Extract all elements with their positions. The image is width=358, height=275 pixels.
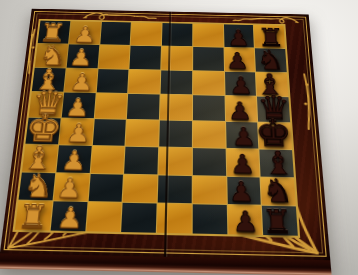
piece-black-pawn-h7: ♟ bbox=[232, 210, 259, 235]
piece-white-pawn-h2: ♟ bbox=[56, 207, 84, 232]
gold-scroll-ornament-top-left bbox=[75, 10, 165, 22]
piece-black-pawn-f7: ♟ bbox=[230, 153, 256, 176]
gold-sprig-ornament-right bbox=[296, 71, 317, 133]
piece-black-pawn-b7: ♟ bbox=[225, 52, 249, 72]
piece-white-pawn-c2: ♟ bbox=[69, 73, 94, 93]
piece-white-pawn-b2: ♟ bbox=[68, 49, 93, 69]
piece-white-pawn-d2: ♟ bbox=[65, 97, 91, 118]
piece-black-pawn-e7: ♟ bbox=[231, 127, 256, 149]
photo-scene: ♜♞♝♛♚♝♞♜♟♟♟♟♟♟♟♟♟♟♟♟♟♟♟♟♜♞♝♛♚♝♞♜ bbox=[0, 0, 358, 275]
board-frame: ♜♞♝♛♚♝♞♜♟♟♟♟♟♟♟♟♟♟♟♟♟♟♟♟♜♞♝♛♚♝♞♜ bbox=[0, 9, 330, 261]
piece-white-pawn-a2: ♟ bbox=[73, 26, 97, 45]
piece-black-pawn-g7: ♟ bbox=[228, 181, 254, 205]
piece-white-pawn-g2: ♟ bbox=[56, 178, 84, 202]
piece-black-pawn-c7: ♟ bbox=[229, 76, 253, 96]
piece-black-rook-h8: ♜ bbox=[262, 207, 293, 235]
piece-black-pawn-a7: ♟ bbox=[227, 29, 250, 48]
pieces-layer: ♜♞♝♛♚♝♞♜♟♟♟♟♟♟♟♟♟♟♟♟♟♟♟♟♜♞♝♛♚♝♞♜ bbox=[15, 21, 298, 236]
piece-white-pawn-f2: ♟ bbox=[60, 150, 87, 173]
piece-white-pawn-e2: ♟ bbox=[65, 123, 91, 145]
piece-black-pawn-d7: ♟ bbox=[228, 101, 253, 122]
piece-white-rook-h1: ♜ bbox=[16, 202, 49, 230]
chess-board: ♜♞♝♛♚♝♞♜♟♟♟♟♟♟♟♟♟♟♟♟♟♟♟♟♜♞♝♛♚♝♞♜ bbox=[0, 9, 332, 275]
